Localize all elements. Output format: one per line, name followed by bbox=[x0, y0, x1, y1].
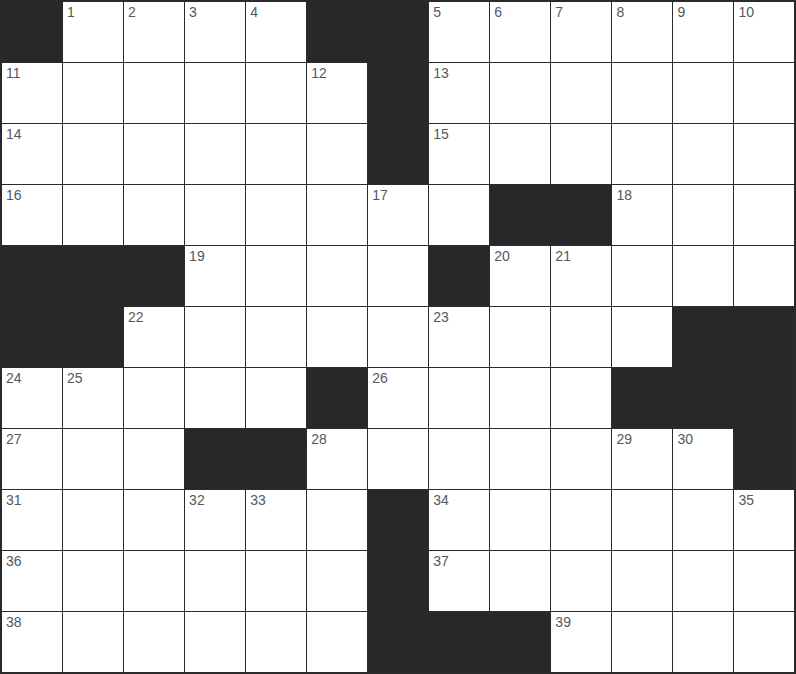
crossword-cell[interactable] bbox=[63, 429, 123, 489]
crossword-cell[interactable]: 16 bbox=[2, 185, 62, 245]
crossword-cell[interactable] bbox=[551, 551, 611, 611]
crossword-cell[interactable]: 5 bbox=[429, 2, 489, 62]
crossword-cell[interactable] bbox=[612, 124, 672, 184]
block-cell bbox=[612, 368, 672, 428]
crossword-cell[interactable] bbox=[246, 368, 306, 428]
crossword-cell[interactable]: 34 bbox=[429, 490, 489, 550]
clue-number: 33 bbox=[250, 492, 266, 508]
crossword-cell[interactable] bbox=[246, 246, 306, 306]
crossword-cell[interactable]: 36 bbox=[2, 551, 62, 611]
clue-number: 31 bbox=[6, 492, 22, 508]
crossword-cell[interactable]: 28 bbox=[307, 429, 367, 489]
crossword-cell[interactable]: 37 bbox=[429, 551, 489, 611]
clue-number: 36 bbox=[6, 553, 22, 569]
crossword-cell[interactable]: 13 bbox=[429, 63, 489, 123]
crossword-cell[interactable]: 9 bbox=[673, 2, 733, 62]
crossword-cell[interactable] bbox=[124, 63, 184, 123]
crossword-cell[interactable]: 30 bbox=[673, 429, 733, 489]
crossword-cell[interactable] bbox=[734, 63, 794, 123]
clue-number: 13 bbox=[433, 65, 449, 81]
crossword-cell[interactable] bbox=[673, 551, 733, 611]
block-cell bbox=[63, 246, 123, 306]
block-cell bbox=[368, 2, 428, 62]
crossword-cell[interactable]: 38 bbox=[2, 612, 62, 672]
block-cell bbox=[429, 246, 489, 306]
crossword-cell[interactable]: 8 bbox=[612, 2, 672, 62]
crossword-cell[interactable] bbox=[124, 185, 184, 245]
crossword-cell[interactable]: 1 bbox=[63, 2, 123, 62]
block-cell bbox=[368, 612, 428, 672]
clue-number: 3 bbox=[189, 4, 197, 20]
crossword-cell[interactable] bbox=[490, 490, 550, 550]
clue-number: 37 bbox=[433, 553, 449, 569]
crossword-cell[interactable] bbox=[551, 368, 611, 428]
crossword-cell[interactable] bbox=[551, 490, 611, 550]
clue-number: 1 bbox=[67, 4, 75, 20]
crossword-cell[interactable] bbox=[734, 246, 794, 306]
crossword-cell[interactable] bbox=[368, 246, 428, 306]
clue-number: 14 bbox=[6, 126, 22, 142]
crossword-cell[interactable] bbox=[490, 63, 550, 123]
crossword-cell[interactable] bbox=[185, 124, 245, 184]
clue-number: 18 bbox=[616, 187, 632, 203]
crossword-cell[interactable] bbox=[734, 551, 794, 611]
crossword-cell[interactable]: 3 bbox=[185, 2, 245, 62]
block-cell bbox=[246, 429, 306, 489]
crossword-cell[interactable] bbox=[551, 307, 611, 367]
crossword-cell[interactable] bbox=[185, 63, 245, 123]
crossword-cell[interactable] bbox=[63, 612, 123, 672]
clue-number: 39 bbox=[555, 614, 571, 630]
crossword-cell[interactable]: 22 bbox=[124, 307, 184, 367]
crossword-cell[interactable] bbox=[307, 246, 367, 306]
crossword-cell[interactable] bbox=[63, 185, 123, 245]
crossword-cell[interactable] bbox=[307, 490, 367, 550]
clue-number: 26 bbox=[372, 370, 388, 386]
crossword-cell[interactable]: 19 bbox=[185, 246, 245, 306]
crossword-cell[interactable] bbox=[63, 551, 123, 611]
clue-number: 15 bbox=[433, 126, 449, 142]
clue-number: 12 bbox=[311, 65, 327, 81]
crossword-cell[interactable] bbox=[612, 490, 672, 550]
crossword-cell[interactable] bbox=[734, 612, 794, 672]
clue-number: 6 bbox=[494, 4, 502, 20]
crossword-cell[interactable]: 29 bbox=[612, 429, 672, 489]
crossword-grid: 1234567891011121314151617181920212223242… bbox=[0, 0, 796, 674]
crossword-cell[interactable] bbox=[185, 368, 245, 428]
crossword-cell[interactable]: 39 bbox=[551, 612, 611, 672]
block-cell bbox=[185, 429, 245, 489]
crossword-cell[interactable] bbox=[673, 185, 733, 245]
crossword-cell[interactable] bbox=[612, 307, 672, 367]
clue-number: 34 bbox=[433, 492, 449, 508]
crossword-cell[interactable] bbox=[246, 63, 306, 123]
clue-number: 8 bbox=[616, 4, 624, 20]
crossword-cell[interactable] bbox=[307, 185, 367, 245]
clue-number: 30 bbox=[677, 431, 693, 447]
crossword-cell[interactable]: 35 bbox=[734, 490, 794, 550]
crossword-cell[interactable]: 11 bbox=[2, 63, 62, 123]
crossword-cell[interactable] bbox=[63, 490, 123, 550]
block-cell bbox=[124, 246, 184, 306]
crossword-cell[interactable] bbox=[246, 612, 306, 672]
clue-number: 16 bbox=[6, 187, 22, 203]
crossword-cell[interactable] bbox=[307, 612, 367, 672]
crossword-cell[interactable]: 18 bbox=[612, 185, 672, 245]
block-cell bbox=[368, 490, 428, 550]
clue-number: 35 bbox=[738, 492, 754, 508]
block-cell bbox=[673, 307, 733, 367]
crossword-cell[interactable] bbox=[490, 124, 550, 184]
block-cell bbox=[734, 368, 794, 428]
clue-number: 25 bbox=[67, 370, 83, 386]
crossword-cell[interactable] bbox=[612, 612, 672, 672]
block-cell bbox=[2, 307, 62, 367]
clue-number: 23 bbox=[433, 309, 449, 325]
crossword-cell[interactable] bbox=[490, 307, 550, 367]
block-cell bbox=[307, 2, 367, 62]
crossword-cell[interactable] bbox=[551, 429, 611, 489]
block-cell bbox=[2, 2, 62, 62]
crossword-cell[interactable] bbox=[185, 307, 245, 367]
crossword-cell[interactable] bbox=[429, 368, 489, 428]
block-cell bbox=[734, 307, 794, 367]
crossword-cell[interactable] bbox=[246, 124, 306, 184]
crossword-cell[interactable]: 23 bbox=[429, 307, 489, 367]
crossword-cell[interactable]: 20 bbox=[490, 246, 550, 306]
crossword-cell[interactable] bbox=[673, 246, 733, 306]
crossword-cell[interactable] bbox=[246, 185, 306, 245]
crossword-cell[interactable] bbox=[185, 612, 245, 672]
crossword-cell[interactable]: 33 bbox=[246, 490, 306, 550]
crossword-cell[interactable] bbox=[490, 429, 550, 489]
crossword-cell[interactable]: 24 bbox=[2, 368, 62, 428]
crossword-cell[interactable] bbox=[734, 124, 794, 184]
crossword-cell[interactable] bbox=[551, 124, 611, 184]
crossword-cell[interactable] bbox=[185, 551, 245, 611]
clue-number: 32 bbox=[189, 492, 205, 508]
block-cell bbox=[307, 368, 367, 428]
block-cell bbox=[2, 246, 62, 306]
crossword-cell[interactable] bbox=[490, 551, 550, 611]
clue-number: 24 bbox=[6, 370, 22, 386]
crossword-cell[interactable] bbox=[612, 63, 672, 123]
crossword-cell[interactable] bbox=[246, 551, 306, 611]
crossword-cell[interactable]: 2 bbox=[124, 2, 184, 62]
crossword-cell[interactable] bbox=[124, 368, 184, 428]
clue-number: 2 bbox=[128, 4, 136, 20]
block-cell bbox=[368, 63, 428, 123]
clue-number: 19 bbox=[189, 248, 205, 264]
clue-number: 5 bbox=[433, 4, 441, 20]
clue-number: 27 bbox=[6, 431, 22, 447]
crossword-cell[interactable] bbox=[124, 551, 184, 611]
clue-number: 28 bbox=[311, 431, 327, 447]
crossword-cell[interactable] bbox=[612, 246, 672, 306]
crossword-cell[interactable] bbox=[490, 368, 550, 428]
crossword-cell[interactable]: 14 bbox=[2, 124, 62, 184]
crossword-cell[interactable]: 12 bbox=[307, 63, 367, 123]
crossword-cell[interactable] bbox=[124, 124, 184, 184]
crossword-cell[interactable] bbox=[307, 124, 367, 184]
crossword-cell[interactable]: 7 bbox=[551, 2, 611, 62]
crossword-cell[interactable] bbox=[63, 63, 123, 123]
clue-number: 29 bbox=[616, 431, 632, 447]
crossword-cell[interactable] bbox=[368, 429, 428, 489]
crossword-cell[interactable]: 26 bbox=[368, 368, 428, 428]
crossword-cell[interactable] bbox=[124, 490, 184, 550]
block-cell bbox=[63, 307, 123, 367]
crossword-cell[interactable]: 32 bbox=[185, 490, 245, 550]
crossword-cell[interactable] bbox=[551, 63, 611, 123]
crossword-cell[interactable]: 10 bbox=[734, 2, 794, 62]
crossword-cell[interactable]: 21 bbox=[551, 246, 611, 306]
crossword-cell[interactable] bbox=[612, 551, 672, 611]
crossword-cell[interactable] bbox=[429, 185, 489, 245]
clue-number: 20 bbox=[494, 248, 510, 264]
clue-number: 10 bbox=[738, 4, 754, 20]
crossword-cell[interactable] bbox=[124, 612, 184, 672]
block-cell bbox=[368, 124, 428, 184]
crossword-cell[interactable] bbox=[673, 612, 733, 672]
crossword-cell[interactable] bbox=[673, 63, 733, 123]
clue-number: 11 bbox=[6, 65, 21, 81]
crossword-cell[interactable]: 4 bbox=[246, 2, 306, 62]
crossword-cell[interactable] bbox=[124, 429, 184, 489]
block-cell bbox=[551, 185, 611, 245]
block-cell bbox=[673, 368, 733, 428]
block-cell bbox=[368, 551, 428, 611]
clue-number: 4 bbox=[250, 4, 258, 20]
crossword-cell[interactable] bbox=[307, 551, 367, 611]
clue-number: 21 bbox=[555, 248, 571, 264]
clue-number: 7 bbox=[555, 4, 563, 20]
crossword-cell[interactable]: 15 bbox=[429, 124, 489, 184]
block-cell bbox=[490, 612, 550, 672]
clue-number: 22 bbox=[128, 309, 144, 325]
clue-number: 9 bbox=[677, 4, 685, 20]
clue-number: 38 bbox=[6, 614, 22, 630]
crossword-cell[interactable]: 6 bbox=[490, 2, 550, 62]
crossword-cell[interactable] bbox=[368, 307, 428, 367]
crossword-cell[interactable] bbox=[734, 185, 794, 245]
crossword-cell[interactable]: 31 bbox=[2, 490, 62, 550]
block-cell bbox=[734, 429, 794, 489]
crossword-cell[interactable] bbox=[307, 307, 367, 367]
crossword-cell[interactable] bbox=[673, 490, 733, 550]
crossword-cell[interactable] bbox=[429, 429, 489, 489]
crossword-cell[interactable] bbox=[185, 185, 245, 245]
block-cell bbox=[429, 612, 489, 672]
crossword-cell[interactable]: 17 bbox=[368, 185, 428, 245]
crossword-cell[interactable] bbox=[63, 124, 123, 184]
crossword-cell[interactable] bbox=[246, 307, 306, 367]
crossword-cell[interactable] bbox=[673, 124, 733, 184]
crossword-cell[interactable]: 25 bbox=[63, 368, 123, 428]
block-cell bbox=[490, 185, 550, 245]
crossword-cell[interactable]: 27 bbox=[2, 429, 62, 489]
clue-number: 17 bbox=[372, 187, 388, 203]
